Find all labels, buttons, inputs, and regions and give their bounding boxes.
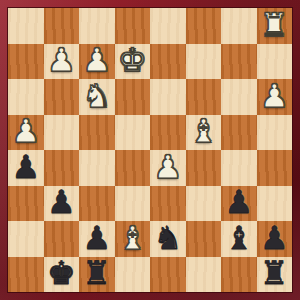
white-rook-h8: ♜ (260, 9, 289, 41)
square-e3[interactable] (150, 186, 186, 222)
black-pawn-c2: ♟ (82, 222, 111, 254)
square-a7[interactable] (8, 44, 44, 80)
board-frame: ♜♟♟♚♞♟♟♝♟♟♟♟♟♝♞♝♟♚♜♜ (0, 0, 300, 300)
square-a6[interactable] (8, 79, 44, 115)
white-king-d7: ♚ (118, 44, 147, 76)
black-rook-h1: ♜ (260, 257, 289, 289)
square-b8[interactable] (44, 8, 80, 44)
black-bishop-g2: ♝ (224, 222, 253, 254)
square-a3[interactable] (8, 186, 44, 222)
square-b3[interactable]: ♟ (44, 186, 80, 222)
square-f4[interactable] (186, 150, 222, 186)
square-c4[interactable] (79, 150, 115, 186)
square-c1[interactable]: ♜ (79, 257, 115, 293)
square-c6[interactable]: ♞ (79, 79, 115, 115)
square-c8[interactable] (79, 8, 115, 44)
white-pawn-c7: ♟ (82, 44, 111, 76)
square-d8[interactable] (115, 8, 151, 44)
square-h1[interactable]: ♜ (257, 257, 293, 293)
square-f6[interactable] (186, 79, 222, 115)
square-b5[interactable] (44, 115, 80, 151)
black-pawn-b3: ♟ (47, 186, 76, 218)
square-f7[interactable] (186, 44, 222, 80)
white-bishop-d2: ♝ (118, 222, 147, 254)
square-d2[interactable]: ♝ (115, 221, 151, 257)
square-a5[interactable]: ♟ (8, 115, 44, 151)
square-g7[interactable] (221, 44, 257, 80)
square-h7[interactable] (257, 44, 293, 80)
square-g5[interactable] (221, 115, 257, 151)
square-c7[interactable]: ♟ (79, 44, 115, 80)
square-e2[interactable]: ♞ (150, 221, 186, 257)
square-h8[interactable]: ♜ (257, 8, 293, 44)
square-d4[interactable] (115, 150, 151, 186)
square-d7[interactable]: ♚ (115, 44, 151, 80)
square-d3[interactable] (115, 186, 151, 222)
square-h5[interactable] (257, 115, 293, 151)
white-pawn-h6: ♟ (260, 80, 289, 112)
black-king-b1: ♚ (47, 257, 76, 289)
square-g3[interactable]: ♟ (221, 186, 257, 222)
square-b7[interactable]: ♟ (44, 44, 80, 80)
white-bishop-f5: ♝ (189, 115, 218, 147)
square-f3[interactable] (186, 186, 222, 222)
white-pawn-a5: ♟ (11, 115, 40, 147)
square-d5[interactable] (115, 115, 151, 151)
square-b2[interactable] (44, 221, 80, 257)
square-b6[interactable] (44, 79, 80, 115)
square-e5[interactable] (150, 115, 186, 151)
square-c3[interactable] (79, 186, 115, 222)
square-a4[interactable]: ♟ (8, 150, 44, 186)
square-c5[interactable] (79, 115, 115, 151)
square-f8[interactable] (186, 8, 222, 44)
black-pawn-a4: ♟ (11, 151, 40, 183)
square-e6[interactable] (150, 79, 186, 115)
square-g8[interactable] (221, 8, 257, 44)
white-pawn-e4: ♟ (153, 151, 182, 183)
square-b1[interactable]: ♚ (44, 257, 80, 293)
square-g6[interactable] (221, 79, 257, 115)
black-pawn-g3: ♟ (224, 186, 253, 218)
square-e4[interactable]: ♟ (150, 150, 186, 186)
square-a2[interactable] (8, 221, 44, 257)
square-e8[interactable] (150, 8, 186, 44)
black-pawn-h2: ♟ (260, 222, 289, 254)
square-e7[interactable] (150, 44, 186, 80)
square-d6[interactable] (115, 79, 151, 115)
white-pawn-b7: ♟ (47, 44, 76, 76)
square-h6[interactable]: ♟ (257, 79, 293, 115)
square-f2[interactable] (186, 221, 222, 257)
square-c2[interactable]: ♟ (79, 221, 115, 257)
square-g1[interactable] (221, 257, 257, 293)
square-a8[interactable] (8, 8, 44, 44)
square-f5[interactable]: ♝ (186, 115, 222, 151)
square-h3[interactable] (257, 186, 293, 222)
square-h4[interactable] (257, 150, 293, 186)
square-f1[interactable] (186, 257, 222, 293)
square-b4[interactable] (44, 150, 80, 186)
square-g2[interactable]: ♝ (221, 221, 257, 257)
black-knight-e2: ♞ (153, 222, 182, 254)
black-rook-c1: ♜ (82, 257, 111, 289)
square-g4[interactable] (221, 150, 257, 186)
square-a1[interactable] (8, 257, 44, 293)
chess-board: ♜♟♟♚♞♟♟♝♟♟♟♟♟♝♞♝♟♚♜♜ (8, 8, 292, 292)
square-h2[interactable]: ♟ (257, 221, 293, 257)
white-knight-c6: ♞ (82, 80, 111, 112)
square-e1[interactable] (150, 257, 186, 293)
square-d1[interactable] (115, 257, 151, 293)
